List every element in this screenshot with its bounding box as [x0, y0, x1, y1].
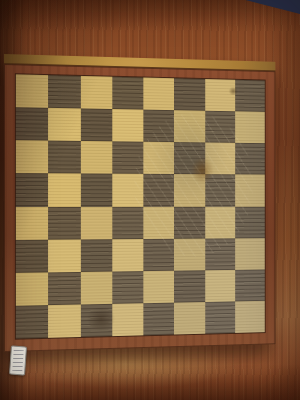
square-e6 [143, 142, 174, 174]
square-a5 [16, 173, 48, 206]
square-b4 [48, 206, 80, 239]
square-a2 [16, 272, 48, 305]
board-grid [16, 74, 265, 338]
square-c3 [80, 239, 112, 272]
square-a3 [16, 239, 48, 272]
square-g7 [205, 111, 235, 143]
square-c5 [80, 174, 112, 207]
square-a1 [16, 305, 48, 339]
chess-board [4, 54, 275, 352]
square-c4 [80, 206, 112, 239]
square-e5 [143, 174, 174, 206]
square-f3 [174, 238, 205, 270]
square-a6 [16, 140, 48, 173]
square-c1 [80, 304, 112, 337]
board-frame [4, 64, 275, 352]
square-f6 [174, 142, 205, 174]
square-b5 [48, 174, 80, 207]
square-d1 [112, 303, 143, 336]
square-d8 [112, 77, 143, 110]
square-e8 [143, 77, 174, 110]
square-a7 [16, 107, 48, 140]
square-d6 [112, 142, 143, 175]
square-c2 [80, 271, 112, 304]
square-e7 [143, 110, 174, 143]
square-a4 [16, 206, 48, 239]
square-d3 [112, 239, 143, 272]
square-e2 [143, 270, 174, 303]
square-g1 [205, 301, 235, 333]
photo-of-chessboard [0, 0, 300, 400]
square-g6 [205, 143, 235, 175]
square-b6 [48, 141, 80, 174]
square-b2 [48, 272, 80, 305]
square-b3 [48, 239, 80, 272]
square-d4 [112, 206, 143, 238]
square-g8 [205, 79, 235, 111]
square-c8 [80, 76, 112, 109]
square-d2 [112, 271, 143, 304]
square-h6 [235, 143, 265, 175]
square-h4 [235, 206, 265, 238]
square-d7 [112, 109, 143, 142]
lot-sticker [9, 345, 27, 375]
square-f1 [174, 302, 205, 335]
square-f5 [174, 174, 205, 206]
square-g3 [205, 238, 235, 270]
square-f4 [174, 206, 205, 238]
square-b7 [48, 108, 80, 141]
square-g2 [205, 270, 235, 302]
square-h2 [235, 269, 265, 301]
square-f2 [174, 270, 205, 302]
square-d5 [112, 174, 143, 206]
square-e4 [143, 206, 174, 238]
square-b8 [48, 75, 80, 108]
square-h8 [235, 80, 265, 112]
square-c6 [80, 141, 112, 174]
square-h3 [235, 238, 265, 270]
square-g4 [205, 206, 235, 238]
square-h1 [235, 301, 265, 333]
square-c7 [80, 109, 112, 142]
square-e3 [143, 238, 174, 270]
square-g5 [205, 175, 235, 207]
square-a8 [16, 74, 48, 108]
square-f8 [174, 78, 205, 111]
square-f7 [174, 110, 205, 142]
square-e1 [143, 302, 174, 335]
square-h7 [235, 111, 265, 143]
square-b1 [48, 304, 80, 337]
square-h5 [235, 175, 265, 207]
